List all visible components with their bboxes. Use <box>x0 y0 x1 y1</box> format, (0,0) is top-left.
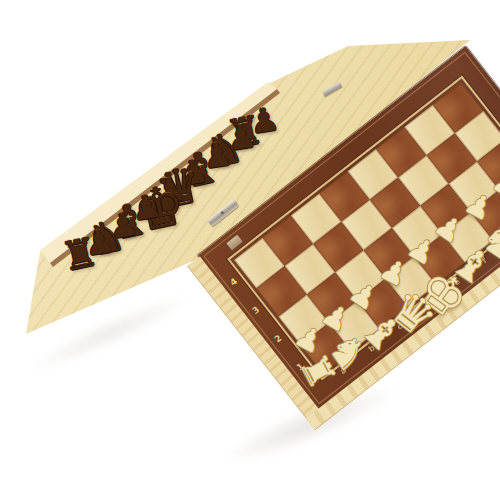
chess-set-product-photo: 1234abcdefgh ♜♞♝♛♚♝♞♜♟♟♟♟♟♟♟♟♜♞♝♚♛♝♞♜♟♟♟… <box>0 0 500 500</box>
